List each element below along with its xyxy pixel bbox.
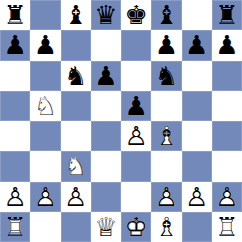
square-d6[interactable]: ♟ xyxy=(91,61,121,91)
white-pawn-piece: ♟♙ xyxy=(212,182,242,212)
white-bishop-piece: ♝♗ xyxy=(151,212,181,242)
white-piece-outline: ♘ xyxy=(61,151,91,181)
black-pawn-piece: ♟ xyxy=(121,91,151,121)
square-d8[interactable]: ♛ xyxy=(91,0,121,30)
black-knight-piece: ♞ xyxy=(151,61,181,91)
white-piece-outline: ♘ xyxy=(30,91,60,121)
square-g7[interactable]: ♟ xyxy=(182,30,212,60)
square-g2[interactable]: ♟♙ xyxy=(182,182,212,212)
white-rook-piece: ♜♖ xyxy=(212,212,242,242)
white-piece-fill: ♛ xyxy=(91,212,121,242)
square-b4[interactable] xyxy=(30,121,60,151)
white-queen-piece: ♛♕ xyxy=(91,212,121,242)
square-b7[interactable]: ♟ xyxy=(30,30,60,60)
square-c5[interactable] xyxy=(61,91,91,121)
square-g3[interactable] xyxy=(182,151,212,181)
square-c8[interactable]: ♝ xyxy=(61,0,91,30)
white-piece-fill: ♟ xyxy=(61,182,91,212)
white-pawn-piece: ♟♙ xyxy=(0,182,30,212)
white-piece-outline: ♗ xyxy=(151,121,181,151)
white-piece-outline: ♙ xyxy=(121,121,151,151)
square-a5[interactable] xyxy=(0,91,30,121)
white-piece-fill: ♟ xyxy=(0,182,30,212)
square-a4[interactable] xyxy=(0,121,30,151)
white-piece-fill: ♝ xyxy=(151,121,181,151)
square-e6[interactable] xyxy=(121,61,151,91)
square-h8[interactable]: ♜ xyxy=(212,0,242,30)
white-pawn-piece: ♟♙ xyxy=(151,182,181,212)
black-bishop-piece: ♝ xyxy=(61,0,91,30)
black-pawn-piece: ♟ xyxy=(0,30,30,60)
square-g6[interactable] xyxy=(182,61,212,91)
square-e8[interactable]: ♚ xyxy=(121,0,151,30)
white-piece-outline: ♙ xyxy=(212,182,242,212)
white-piece-outline: ♖ xyxy=(212,212,242,242)
black-bishop-piece: ♝ xyxy=(151,0,181,30)
square-d5[interactable] xyxy=(91,91,121,121)
square-g8[interactable] xyxy=(182,0,212,30)
black-pawn-piece: ♟ xyxy=(182,30,212,60)
square-f7[interactable]: ♟ xyxy=(151,30,181,60)
white-piece-outline: ♙ xyxy=(151,182,181,212)
black-pawn-piece: ♟ xyxy=(151,30,181,60)
black-pawn-piece: ♟ xyxy=(212,30,242,60)
square-e1[interactable]: ♚♔ xyxy=(121,212,151,242)
white-piece-fill: ♟ xyxy=(30,182,60,212)
square-f6[interactable]: ♞ xyxy=(151,61,181,91)
white-piece-fill: ♚ xyxy=(121,212,151,242)
white-piece-outline: ♔ xyxy=(121,212,151,242)
white-pawn-piece: ♟♙ xyxy=(61,182,91,212)
white-piece-outline: ♙ xyxy=(61,182,91,212)
square-h2[interactable]: ♟♙ xyxy=(212,182,242,212)
square-c3[interactable]: ♞♘ xyxy=(61,151,91,181)
square-a1[interactable]: ♜♖ xyxy=(0,212,30,242)
square-e2[interactable] xyxy=(121,182,151,212)
white-piece-fill: ♞ xyxy=(30,91,60,121)
square-c6[interactable]: ♞ xyxy=(61,61,91,91)
square-h1[interactable]: ♜♖ xyxy=(212,212,242,242)
square-f3[interactable] xyxy=(151,151,181,181)
square-h4[interactable] xyxy=(212,121,242,151)
square-d3[interactable] xyxy=(91,151,121,181)
square-f4[interactable]: ♝♗ xyxy=(151,121,181,151)
white-knight-piece: ♞♘ xyxy=(30,91,60,121)
white-bishop-piece: ♝♗ xyxy=(151,121,181,151)
white-piece-outline: ♙ xyxy=(182,182,212,212)
square-a2[interactable]: ♟♙ xyxy=(0,182,30,212)
square-c1[interactable] xyxy=(61,212,91,242)
white-king-piece: ♚♔ xyxy=(121,212,151,242)
white-piece-outline: ♙ xyxy=(0,182,30,212)
white-piece-fill: ♟ xyxy=(182,182,212,212)
white-piece-outline: ♖ xyxy=(0,212,30,242)
white-pawn-piece: ♟♙ xyxy=(121,121,151,151)
square-c4[interactable] xyxy=(61,121,91,151)
square-b3[interactable] xyxy=(30,151,60,181)
black-pawn-piece: ♟ xyxy=(30,30,60,60)
black-queen-piece: ♛ xyxy=(91,0,121,30)
square-b8[interactable] xyxy=(30,0,60,30)
square-a7[interactable]: ♟ xyxy=(0,30,30,60)
square-h5[interactable] xyxy=(212,91,242,121)
square-e3[interactable] xyxy=(121,151,151,181)
square-a8[interactable]: ♜ xyxy=(0,0,30,30)
square-a6[interactable] xyxy=(0,61,30,91)
square-c2[interactable]: ♟♙ xyxy=(61,182,91,212)
square-e5[interactable]: ♟ xyxy=(121,91,151,121)
square-f8[interactable]: ♝ xyxy=(151,0,181,30)
square-d4[interactable] xyxy=(91,121,121,151)
square-b1[interactable] xyxy=(30,212,60,242)
white-piece-outline: ♗ xyxy=(151,212,181,242)
square-f5[interactable] xyxy=(151,91,181,121)
white-knight-piece: ♞♘ xyxy=(61,151,91,181)
square-g4[interactable] xyxy=(182,121,212,151)
square-f1[interactable]: ♝♗ xyxy=(151,212,181,242)
square-h6[interactable] xyxy=(212,61,242,91)
square-c7[interactable] xyxy=(61,30,91,60)
white-piece-fill: ♟ xyxy=(121,121,151,151)
square-b2[interactable]: ♟♙ xyxy=(30,182,60,212)
square-g1[interactable] xyxy=(182,212,212,242)
black-rook-piece: ♜ xyxy=(212,0,242,30)
square-g5[interactable] xyxy=(182,91,212,121)
white-piece-fill: ♞ xyxy=(61,151,91,181)
square-b6[interactable] xyxy=(30,61,60,91)
square-a3[interactable] xyxy=(0,151,30,181)
white-rook-piece: ♜♖ xyxy=(0,212,30,242)
black-pawn-piece: ♟ xyxy=(91,61,121,91)
square-e7[interactable] xyxy=(121,30,151,60)
square-f2[interactable]: ♟♙ xyxy=(151,182,181,212)
black-king-piece: ♚ xyxy=(121,0,151,30)
chess-board: ♜♝♛♚♝♜♟♟♟♟♟♞♟♞♞♘♟♟♙♝♗♞♘♟♙♟♙♟♙♟♙♟♙♟♙♜♖♛♕♚… xyxy=(0,0,242,242)
white-pawn-piece: ♟♙ xyxy=(30,182,60,212)
white-piece-fill: ♟ xyxy=(212,182,242,212)
white-piece-outline: ♙ xyxy=(30,182,60,212)
square-h3[interactable] xyxy=(212,151,242,181)
white-piece-fill: ♝ xyxy=(151,212,181,242)
white-piece-outline: ♕ xyxy=(91,212,121,242)
white-piece-fill: ♜ xyxy=(0,212,30,242)
square-b5[interactable]: ♞♘ xyxy=(30,91,60,121)
square-d7[interactable] xyxy=(91,30,121,60)
square-e4[interactable]: ♟♙ xyxy=(121,121,151,151)
white-piece-fill: ♟ xyxy=(151,182,181,212)
square-d1[interactable]: ♛♕ xyxy=(91,212,121,242)
square-h7[interactable]: ♟ xyxy=(212,30,242,60)
white-pawn-piece: ♟♙ xyxy=(182,182,212,212)
white-piece-fill: ♜ xyxy=(212,212,242,242)
square-d2[interactable] xyxy=(91,182,121,212)
black-rook-piece: ♜ xyxy=(0,0,30,30)
black-knight-piece: ♞ xyxy=(61,61,91,91)
